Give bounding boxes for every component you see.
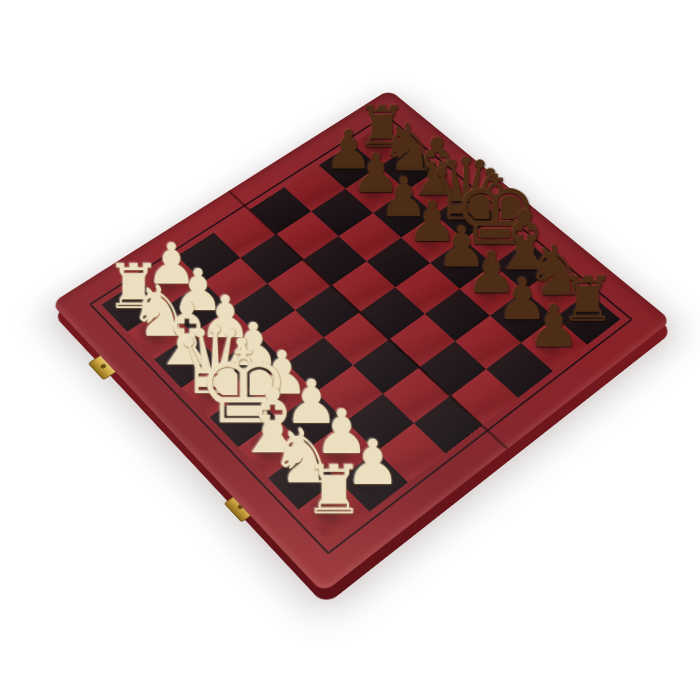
chess-set-photo: ♜♞♝♛♚♝♞♜♟♟♟♟♟♟♟♟♟♟♟♟♟♟♟♟♜♞♝♛♚♝♞♜ bbox=[0, 0, 700, 700]
chess-board: ♜♞♝♛♚♝♞♜♟♟♟♟♟♟♟♟♟♟♟♟♟♟♟♟♜♞♝♛♚♝♞♜ bbox=[51, 90, 671, 594]
board-frame: ♜♞♝♛♚♝♞♜♟♟♟♟♟♟♟♟♟♟♟♟♟♟♟♟♜♞♝♛♚♝♞♜ bbox=[51, 90, 671, 594]
